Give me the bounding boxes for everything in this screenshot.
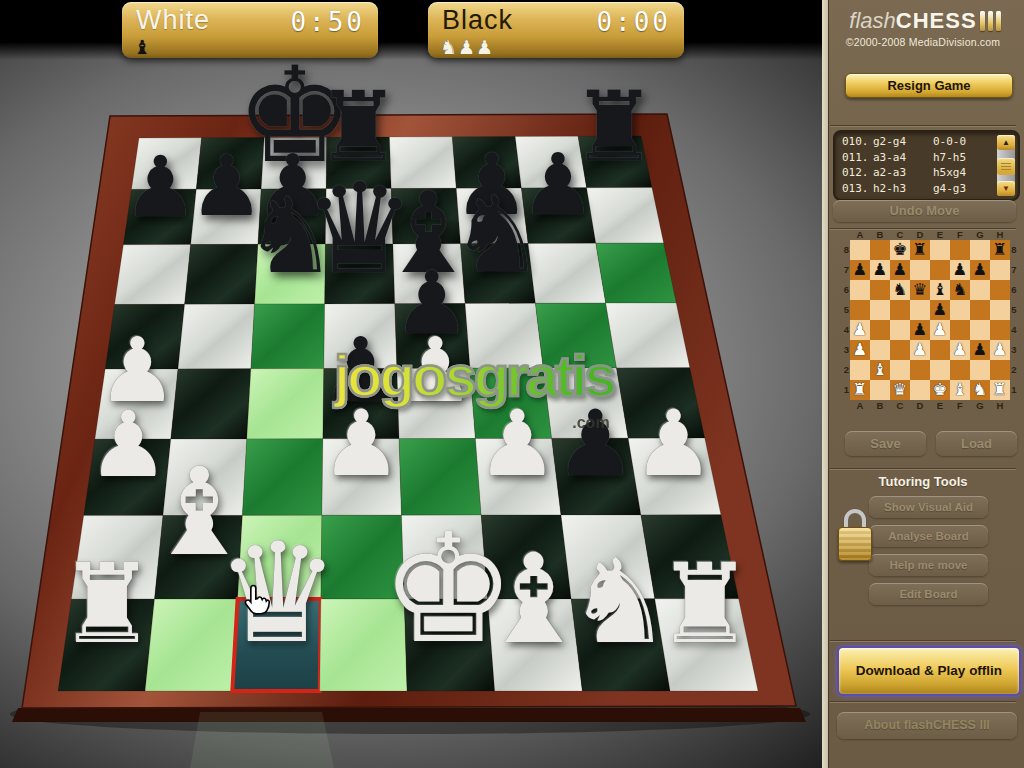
square-d2[interactable] <box>321 515 404 599</box>
square-f4[interactable] <box>470 368 552 438</box>
white-clock-label: White <box>136 5 210 36</box>
scroll-up-button[interactable]: ▲ <box>997 135 1015 150</box>
mini-board-2d: ABCDEFGH8♚♜♜87♟♟♟♟♟76♞♛♝♞65♟54♟♟♟43♟♟♟♟♟… <box>843 229 1018 411</box>
square-e4[interactable] <box>397 368 476 439</box>
mini-board-label: H <box>990 400 1010 411</box>
mini-square-c5 <box>890 300 910 320</box>
mini-board-label: 8 <box>843 240 850 260</box>
board-3d <box>0 0 822 768</box>
divider <box>830 125 1016 127</box>
square-a7[interactable] <box>123 189 196 245</box>
divider <box>830 468 1016 470</box>
mini-piece-black-pawn: ♟ <box>873 260 888 279</box>
mini-board-label: B <box>870 229 890 240</box>
mini-piece-white-rook: ♜ <box>993 380 1008 399</box>
mini-square-e1: ♚ <box>930 380 950 400</box>
about-flashchess-button[interactable]: About flashCHESS III <box>837 712 1017 739</box>
square-c7[interactable] <box>258 189 326 245</box>
mini-square-b7: ♟ <box>870 260 890 280</box>
mini-piece-black-pawn: ♟ <box>973 340 988 359</box>
mini-square-g8 <box>970 240 990 260</box>
mini-square-h7 <box>990 260 1010 280</box>
mini-square-c6: ♞ <box>890 280 910 300</box>
square-g2[interactable] <box>561 515 655 599</box>
undo-move-button[interactable]: Undo Move <box>833 200 1016 222</box>
mini-square-a8 <box>850 240 870 260</box>
logo-bar-icon <box>980 11 985 31</box>
mini-board-label: 6 <box>843 280 850 300</box>
square-d3[interactable] <box>322 439 402 516</box>
mini-square-c2 <box>890 360 910 380</box>
mini-board-label: 1 <box>843 380 850 400</box>
mini-piece-black-knight: ♞ <box>893 280 908 299</box>
move-list-scrollbar[interactable]: ▲ ▼ <box>997 135 1015 196</box>
mini-board-label: 2 <box>1010 360 1018 380</box>
mini-piece-black-bishop: ♝ <box>933 280 948 299</box>
mini-board-label: 1 <box>1010 380 1018 400</box>
square-b3[interactable] <box>163 439 247 516</box>
mini-board-label: A <box>850 400 870 411</box>
square-c3[interactable] <box>242 439 323 516</box>
mini-board-label <box>843 229 850 240</box>
mini-square-c3 <box>890 340 910 360</box>
mini-square-g4 <box>970 320 990 340</box>
mini-square-g5 <box>970 300 990 320</box>
mini-square-e2 <box>930 360 950 380</box>
square-f6[interactable] <box>461 244 536 304</box>
square-g4[interactable] <box>543 368 628 439</box>
mini-square-g6 <box>970 280 990 300</box>
flashchess-logo: flashCHESS <box>832 8 1018 34</box>
square-c4[interactable] <box>247 369 324 439</box>
square-b1[interactable] <box>145 599 238 691</box>
mini-square-a6 <box>850 280 870 300</box>
mini-square-e8 <box>930 240 950 260</box>
mini-square-d2 <box>910 360 930 380</box>
board-3d-area: ♚♜♜♟♟♟♟♟♞♛♝♞♟♟♟♟♟♟♟♟♟♝♜♛♚♝♞♜ White 0:50 … <box>0 0 822 768</box>
scrollbar-thumb[interactable] <box>997 158 1015 175</box>
square-f2[interactable] <box>481 515 571 599</box>
mini-board-label: C <box>890 229 910 240</box>
move-list[interactable]: 010.g2-g40-0-0 011.a3-a4h7-h5 012.a2-a3h… <box>833 130 1020 201</box>
logo-bar-icon <box>988 11 993 31</box>
show-visual-aid-button[interactable]: Show Visual Aid <box>869 496 988 518</box>
square-g7[interactable] <box>521 188 595 244</box>
captured-white-pawn-icon: ♟ <box>476 36 494 58</box>
mini-board-label: 6 <box>1010 280 1018 300</box>
mini-square-f5 <box>950 300 970 320</box>
divider <box>830 701 1016 703</box>
square-e2[interactable] <box>402 515 488 599</box>
mini-square-b2: ♝ <box>870 360 890 380</box>
square-h8[interactable] <box>578 136 652 188</box>
square-f8[interactable] <box>452 137 521 189</box>
square-c5[interactable] <box>251 304 325 369</box>
mini-square-a3: ♟ <box>850 340 870 360</box>
mini-board-label: E <box>930 229 950 240</box>
mini-square-e7 <box>930 260 950 280</box>
mini-board-label: 4 <box>1010 320 1018 340</box>
mini-square-b8 <box>870 240 890 260</box>
mini-piece-white-pawn: ♟ <box>933 320 948 339</box>
square-d6[interactable] <box>325 244 395 304</box>
mini-board-label <box>1010 229 1018 240</box>
mini-square-h6 <box>990 280 1010 300</box>
move-row: 011.a3-a4h7-h5 <box>835 150 1018 166</box>
mini-piece-white-queen: ♛ <box>893 380 908 399</box>
square-d8[interactable] <box>326 137 391 189</box>
mini-square-c1: ♛ <box>890 380 910 400</box>
black-clock-label: Black <box>442 5 513 36</box>
mini-square-e6: ♝ <box>930 280 950 300</box>
mini-square-d6: ♛ <box>910 280 930 300</box>
mini-piece-black-rook: ♜ <box>913 240 928 259</box>
mini-board-label: F <box>950 229 970 240</box>
save-button[interactable]: Save <box>845 431 926 456</box>
square-h5[interactable] <box>606 303 690 368</box>
square-b5[interactable] <box>178 304 255 369</box>
square-f1[interactable] <box>488 599 583 691</box>
mini-square-b4 <box>870 320 890 340</box>
mini-board-label: E <box>930 400 950 411</box>
mini-square-f7: ♟ <box>950 260 970 280</box>
mini-piece-black-pawn: ♟ <box>893 260 908 279</box>
mini-square-h3: ♟ <box>990 340 1010 360</box>
mini-board-label: B <box>870 400 890 411</box>
mini-board-label: 8 <box>1010 240 1018 260</box>
mini-square-d4: ♟ <box>910 320 930 340</box>
mini-square-b3 <box>870 340 890 360</box>
square-c6[interactable] <box>255 244 326 304</box>
mini-square-d7 <box>910 260 930 280</box>
padlock-icon <box>838 509 872 561</box>
square-a5[interactable] <box>105 304 184 369</box>
resign-game-button[interactable]: Resign Game <box>845 73 1013 98</box>
hand-cursor-icon <box>241 583 273 615</box>
tutoring-tools-title: Tutoring Tools <box>822 474 1024 489</box>
mini-piece-black-queen: ♛ <box>913 280 928 299</box>
mini-board-label: G <box>970 400 990 411</box>
download-play-offline-button[interactable]: Download & Play offlin <box>837 646 1021 696</box>
move-row: 013.h2-h3g4-g3 <box>835 181 1018 197</box>
captured-white-knight-icon: ♞ <box>440 36 458 58</box>
square-d7[interactable] <box>325 189 393 245</box>
square-g8[interactable] <box>515 136 586 188</box>
copyright-line: ©2000-2008 MediaDivision.com <box>822 36 1024 48</box>
mini-square-d5 <box>910 300 930 320</box>
square-e3[interactable] <box>399 439 481 516</box>
square-a1[interactable] <box>58 599 155 691</box>
square-c8[interactable] <box>261 137 327 189</box>
mini-piece-black-pawn: ♟ <box>953 260 968 279</box>
move-row: 010.g2-g40-0-0 <box>835 134 1018 150</box>
square-h7[interactable] <box>587 188 664 244</box>
square-e8[interactable] <box>390 137 457 189</box>
load-button[interactable]: Load <box>936 431 1017 456</box>
white-clock: White 0:50 ♝ <box>122 2 378 58</box>
mini-board-label: H <box>990 229 1010 240</box>
mini-square-f4 <box>950 320 970 340</box>
mini-square-a7: ♟ <box>850 260 870 280</box>
mini-piece-white-pawn: ♟ <box>853 320 868 339</box>
mini-piece-white-pawn: ♟ <box>953 340 968 359</box>
white-clock-time: 0:50 <box>290 7 365 37</box>
black-clock-time: 0:00 <box>596 7 671 37</box>
sidebar-edge-strip <box>822 0 829 768</box>
mini-piece-black-pawn: ♟ <box>913 320 928 339</box>
mini-piece-white-pawn: ♟ <box>993 340 1008 359</box>
square-b4[interactable] <box>171 369 251 439</box>
mini-board-label: 7 <box>1010 260 1018 280</box>
square-d1[interactable] <box>320 599 407 691</box>
mini-board-label: 5 <box>1010 300 1018 320</box>
mini-square-b1 <box>870 380 890 400</box>
mini-piece-black-pawn: ♟ <box>933 300 948 319</box>
mini-square-c4 <box>890 320 910 340</box>
mini-piece-black-rook: ♜ <box>993 240 1008 259</box>
mini-square-g7: ♟ <box>970 260 990 280</box>
square-h4[interactable] <box>617 368 705 439</box>
mini-square-g3: ♟ <box>970 340 990 360</box>
mini-piece-white-rook: ♜ <box>853 380 868 399</box>
square-h6[interactable] <box>596 243 676 303</box>
mini-piece-black-king: ♚ <box>893 240 908 259</box>
mini-square-b5 <box>870 300 890 320</box>
mini-square-f6: ♞ <box>950 280 970 300</box>
mini-square-h8: ♜ <box>990 240 1010 260</box>
mini-board-label: 3 <box>1010 340 1018 360</box>
flashchess-app: ♚♜♜♟♟♟♟♟♞♛♝♞♟♟♟♟♟♟♟♟♟♝♜♛♚♝♞♜ White 0:50 … <box>0 0 1024 768</box>
square-a3[interactable] <box>84 439 171 515</box>
padlock-body <box>838 527 872 561</box>
mini-square-b6 <box>870 280 890 300</box>
divider <box>830 640 1016 642</box>
captured-white-pawn-icon: ♟ <box>458 36 476 58</box>
mini-square-a5 <box>850 300 870 320</box>
mini-board-label: F <box>950 400 970 411</box>
square-d4[interactable] <box>323 368 399 438</box>
mini-piece-black-knight: ♞ <box>953 280 968 299</box>
mini-board-label: C <box>890 400 910 411</box>
mini-board-label <box>843 400 850 411</box>
square-e7[interactable] <box>391 188 460 244</box>
mini-square-a2 <box>850 360 870 380</box>
mini-square-f3: ♟ <box>950 340 970 360</box>
mini-piece-white-king: ♚ <box>933 380 948 399</box>
mini-board-label: A <box>850 229 870 240</box>
move-row: 012.a2-a3h5xg4 <box>835 165 1018 181</box>
captured-black-bishop-icon: ♝ <box>134 36 152 58</box>
edit-board-button[interactable]: Edit Board <box>869 583 988 605</box>
mini-board-label <box>1010 400 1018 411</box>
mini-square-g1: ♞ <box>970 380 990 400</box>
square-a6[interactable] <box>115 245 191 305</box>
mini-square-h2 <box>990 360 1010 380</box>
scroll-down-button[interactable]: ▼ <box>997 181 1015 196</box>
square-e5[interactable] <box>395 304 470 369</box>
square-b2[interactable] <box>155 515 243 599</box>
mini-square-c7: ♟ <box>890 260 910 280</box>
mini-square-c8: ♚ <box>890 240 910 260</box>
logo-bar-icon <box>996 11 1001 31</box>
mini-square-d8: ♜ <box>910 240 930 260</box>
mini-square-a1: ♜ <box>850 380 870 400</box>
white-captured-tray: ♝ <box>134 37 152 57</box>
square-f5[interactable] <box>465 303 543 368</box>
mini-board-label: D <box>910 400 930 411</box>
black-captured-tray: ♞♟♟ <box>440 37 494 57</box>
square-e1[interactable] <box>404 599 495 691</box>
mini-square-e3 <box>930 340 950 360</box>
mini-piece-black-pawn: ♟ <box>973 260 988 279</box>
black-clock: Black 0:00 ♞♟♟ <box>428 2 684 58</box>
mini-square-d3: ♟ <box>910 340 930 360</box>
square-f3[interactable] <box>475 438 561 515</box>
mini-square-d1 <box>910 380 930 400</box>
mini-piece-white-pawn: ♟ <box>913 340 928 359</box>
mini-piece-white-pawn: ♟ <box>853 340 868 359</box>
square-g6[interactable] <box>528 243 606 303</box>
square-g1[interactable] <box>571 599 670 691</box>
analyse-board-button[interactable]: Analyse Board <box>869 525 988 547</box>
square-a4[interactable] <box>95 369 178 439</box>
square-a8[interactable] <box>132 138 202 190</box>
mini-piece-white-bishop: ♝ <box>953 380 968 399</box>
mini-board-label: D <box>910 229 930 240</box>
mini-square-e5: ♟ <box>930 300 950 320</box>
mini-square-f2 <box>950 360 970 380</box>
mini-board-label: 5 <box>843 300 850 320</box>
square-d5[interactable] <box>324 304 397 369</box>
square-a2[interactable] <box>71 516 163 600</box>
mini-square-a4: ♟ <box>850 320 870 340</box>
square-e6[interactable] <box>393 244 465 304</box>
mini-piece-black-pawn: ♟ <box>853 260 868 279</box>
mini-square-e4: ♟ <box>930 320 950 340</box>
square-g5[interactable] <box>535 303 616 368</box>
mini-square-f1: ♝ <box>950 380 970 400</box>
square-f7[interactable] <box>456 188 528 244</box>
help-me-move-button[interactable]: Help me move <box>869 554 988 576</box>
mini-piece-white-bishop: ♝ <box>873 360 888 379</box>
square-b6[interactable] <box>185 244 258 304</box>
mini-board-label: 4 <box>843 320 850 340</box>
mini-square-h1: ♜ <box>990 380 1010 400</box>
mini-board-label: 3 <box>843 340 850 360</box>
mini-board-label: G <box>970 229 990 240</box>
mini-square-h4 <box>990 320 1010 340</box>
mini-square-f8 <box>950 240 970 260</box>
square-b8[interactable] <box>196 138 264 190</box>
square-g3[interactable] <box>552 438 641 515</box>
mini-square-g2 <box>970 360 990 380</box>
square-h3[interactable] <box>628 438 721 515</box>
mini-piece-white-knight: ♞ <box>973 380 988 399</box>
square-b7[interactable] <box>191 189 262 245</box>
mini-board-label: 2 <box>843 360 850 380</box>
mini-board-label: 7 <box>843 260 850 280</box>
mini-square-h5 <box>990 300 1010 320</box>
sidebar: flashCHESS ©2000-2008 MediaDivision.com … <box>822 0 1024 768</box>
